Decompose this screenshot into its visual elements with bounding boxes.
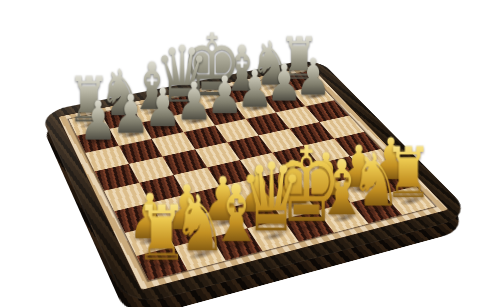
perspective-wrapper: ♜♞♝♛♚♝♞♜♟♟♟♟♟♟♟♟♟♟♟♟♟♟♟♟♜♞♝♛♚♝♞♜ bbox=[0, 0, 480, 307]
chess-board: ♜♞♝♛♚♝♞♜♟♟♟♟♟♟♟♟♟♟♟♟♟♟♟♟♜♞♝♛♚♝♞♜ bbox=[69, 71, 435, 280]
chess-set-photo: ♜♞♝♛♚♝♞♜♟♟♟♟♟♟♟♟♟♟♟♟♟♟♟♟♜♞♝♛♚♝♞♜ bbox=[0, 0, 480, 307]
piece-silver-pawn[interactable]: ♟ bbox=[65, 93, 130, 147]
piece-gold-rook[interactable]: ♜ bbox=[123, 196, 200, 272]
